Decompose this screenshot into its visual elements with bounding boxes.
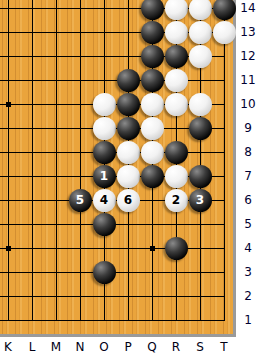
- row-label-4: 4: [244, 241, 252, 255]
- white-stone-r7: [165, 165, 188, 188]
- white-stone-o10: [93, 93, 116, 116]
- stones-layer: 154623: [0, 0, 236, 332]
- column-label-q: Q: [147, 340, 156, 354]
- column-label-r: R: [172, 340, 180, 354]
- white-stone-s10: [189, 93, 212, 116]
- white-stone-r11: [165, 69, 188, 92]
- black-stone-q7: [141, 165, 164, 188]
- coordinate-labels-bottom: KLMNOPQRST: [0, 337, 236, 356]
- column-label-s: S: [196, 340, 204, 354]
- white-stone-t13: [213, 21, 236, 44]
- row-label-3: 3: [244, 265, 252, 279]
- black-stone-o7-move-1: 1: [93, 165, 116, 188]
- white-stone-r13: [165, 21, 188, 44]
- black-stone-o5: [93, 213, 116, 236]
- white-stone-r10: [165, 93, 188, 116]
- white-stone-o6-move-4: 4: [93, 189, 116, 212]
- column-label-l: L: [29, 340, 36, 354]
- white-stone-s13: [189, 21, 212, 44]
- white-stone-s14: [189, 0, 212, 20]
- black-stone-p10: [117, 93, 140, 116]
- row-label-11: 11: [240, 73, 255, 87]
- black-stone-p9: [117, 117, 140, 140]
- white-stone-o9: [93, 117, 116, 140]
- black-stone-t14: [213, 0, 236, 20]
- row-label-9: 9: [244, 121, 252, 135]
- column-label-n: N: [76, 340, 85, 354]
- black-stone-o8: [93, 141, 116, 164]
- black-stone-r4: [165, 237, 188, 260]
- row-label-5: 5: [244, 217, 252, 231]
- coordinate-labels-right: 1413121110987654321: [236, 0, 260, 332]
- go-diagram-window: 154623 KLMNOPQRST 1413121110987654321: [0, 0, 260, 356]
- black-stone-s6-move-3: 3: [189, 189, 212, 212]
- white-stone-p7: [117, 165, 140, 188]
- row-label-14: 14: [240, 1, 255, 15]
- black-stone-r8: [165, 141, 188, 164]
- white-stone-q10: [141, 93, 164, 116]
- black-stone-q11: [141, 69, 164, 92]
- white-stone-r14: [165, 0, 188, 20]
- column-label-m: M: [51, 340, 61, 354]
- row-label-10: 10: [240, 97, 255, 111]
- row-label-8: 8: [244, 145, 252, 159]
- black-stone-s7: [189, 165, 212, 188]
- row-label-12: 12: [240, 49, 255, 63]
- row-label-1: 1: [244, 313, 252, 327]
- black-stone-o3: [93, 261, 116, 284]
- white-stone-q8: [141, 141, 164, 164]
- black-stone-r12: [165, 45, 188, 68]
- row-label-6: 6: [244, 193, 252, 207]
- white-stone-s12: [189, 45, 212, 68]
- black-stone-s9: [189, 117, 212, 140]
- row-label-7: 7: [244, 169, 252, 183]
- white-stone-r6-move-2: 2: [165, 189, 188, 212]
- black-stone-q14: [141, 0, 164, 20]
- column-label-k: K: [4, 340, 12, 354]
- black-stone-n6-move-5: 5: [69, 189, 92, 212]
- column-label-t: T: [220, 340, 227, 354]
- row-label-13: 13: [240, 25, 255, 39]
- white-stone-p6-move-6: 6: [117, 189, 140, 212]
- black-stone-q12: [141, 45, 164, 68]
- black-stone-p11: [117, 69, 140, 92]
- column-label-p: P: [124, 340, 131, 354]
- black-stone-q13: [141, 21, 164, 44]
- white-stone-p8: [117, 141, 140, 164]
- row-label-2: 2: [244, 289, 252, 303]
- column-label-o: O: [99, 340, 108, 354]
- white-stone-q9: [141, 117, 164, 140]
